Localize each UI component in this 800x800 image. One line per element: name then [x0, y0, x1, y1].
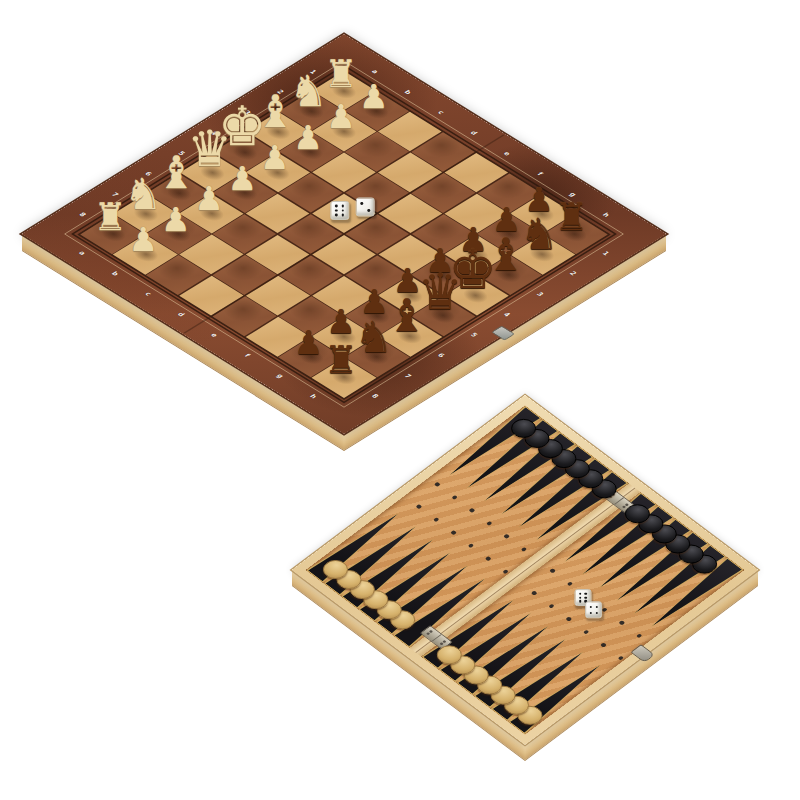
coord-file-g-sw: g — [275, 373, 285, 379]
pip — [360, 202, 363, 205]
coord-file-e-ne: e — [502, 150, 512, 156]
pip — [579, 600, 582, 603]
decorative-dot — [566, 616, 572, 621]
white-pawn-glyph: ♟ — [359, 80, 389, 113]
white-pawn-glyph: ♟ — [260, 141, 290, 174]
decorative-dot — [434, 482, 440, 487]
screw-icon — [625, 503, 629, 506]
screw-icon — [622, 505, 626, 508]
decorative-dot — [468, 543, 474, 548]
white-pawn-glyph: ♟ — [161, 203, 191, 236]
coord-file-c-sw: c — [143, 291, 153, 297]
coord-file-h-sw: h — [308, 393, 318, 399]
decorative-dot — [504, 534, 510, 539]
screw-icon — [429, 630, 433, 633]
coord-rank-5-se: 5 — [469, 332, 479, 338]
coord-file-a-sw: a — [77, 250, 87, 256]
pip — [341, 209, 344, 212]
decorative-dot — [550, 568, 556, 573]
decorative-dot — [600, 642, 606, 647]
decorative-dot — [619, 620, 625, 625]
coord-file-d-ne: d — [469, 130, 479, 136]
pip — [579, 592, 582, 595]
white-pawn-glyph: ♟ — [227, 162, 257, 195]
pip — [589, 611, 592, 614]
black-rook-glyph: ♜ — [324, 341, 358, 379]
decorative-dot — [636, 633, 642, 638]
screw-icon — [443, 640, 447, 643]
decorative-dot — [485, 556, 491, 561]
coord-file-b-ne: b — [403, 89, 413, 95]
product-photo-scene: aa11bb22cc33dd44ee55ff66gg77hh88 ♜♟♞♟♝♟♚… — [0, 0, 800, 800]
coord-rank-2-se: 2 — [568, 270, 578, 276]
decorative-dot — [602, 607, 608, 612]
pip — [335, 209, 338, 212]
coord-file-a-ne: a — [370, 68, 380, 74]
coord-rank-3-se: 3 — [535, 291, 545, 297]
screw-icon — [426, 632, 430, 635]
screw-icon — [440, 642, 444, 645]
black-bishop-glyph: ♝ — [387, 293, 427, 338]
coord-file-f-sw: f — [243, 353, 252, 358]
coord-rank-4-se: 4 — [502, 311, 512, 317]
pip — [341, 213, 344, 216]
pip — [595, 611, 598, 614]
pip — [579, 596, 582, 599]
coord-rank-7-se: 7 — [403, 373, 413, 379]
black-pawn-glyph: ♟ — [326, 305, 356, 338]
pip — [584, 596, 587, 599]
pip — [589, 605, 592, 608]
white-pawn-glyph: ♟ — [128, 223, 158, 256]
white-knight-glyph: ♞ — [124, 172, 163, 215]
pip — [595, 605, 598, 608]
decorative-dot — [416, 504, 422, 509]
decorative-dot — [433, 517, 439, 522]
decorative-dot — [567, 581, 573, 586]
coord-rank-1-se: 1 — [601, 250, 611, 256]
coord-file-c-ne: c — [436, 110, 446, 116]
die-face-6 — [330, 201, 349, 220]
decorative-dot — [531, 590, 537, 595]
decorative-dot — [486, 521, 492, 526]
backgammon-board[interactable] — [292, 395, 759, 745]
white-rook-glyph: ♜ — [93, 198, 127, 236]
coord-rank-8-se: 8 — [370, 393, 380, 399]
pip — [335, 205, 338, 208]
white-pawn-glyph: ♟ — [326, 100, 356, 133]
pip — [367, 209, 370, 212]
pip — [335, 213, 338, 216]
coord-file-d-sw: d — [176, 311, 186, 317]
decorative-dot — [548, 603, 554, 608]
coord-rank-8-nw: 8 — [77, 212, 87, 218]
coord-file-h-ne: h — [601, 212, 611, 218]
coord-file-e-sw: e — [209, 332, 219, 338]
die-face-2 — [356, 197, 375, 216]
decorative-dot — [618, 655, 624, 660]
white-pawn-glyph: ♟ — [194, 182, 224, 215]
pip — [341, 205, 344, 208]
black-rook-glyph: ♜ — [555, 198, 589, 236]
decorative-dot — [521, 547, 527, 552]
white-pawn-glyph: ♟ — [293, 121, 323, 154]
black-pawn-glyph: ♟ — [293, 326, 323, 359]
decorative-dot — [583, 629, 589, 634]
coord-file-f-ne: f — [535, 171, 544, 176]
black-knight-glyph: ♞ — [355, 316, 394, 359]
white-rook-glyph: ♜ — [324, 54, 358, 92]
decorative-dot — [450, 530, 456, 535]
die-face-4 — [585, 601, 602, 618]
coord-file-b-sw: b — [110, 270, 120, 276]
pip — [584, 592, 587, 595]
coord-rank-6-se: 6 — [436, 352, 446, 358]
chess-board[interactable]: aa11bb22cc33dd44ee55ff66gg77hh88 ♜♟♞♟♝♟♚… — [22, 34, 667, 434]
decorative-dot — [469, 508, 475, 513]
decorative-dot — [452, 495, 458, 500]
